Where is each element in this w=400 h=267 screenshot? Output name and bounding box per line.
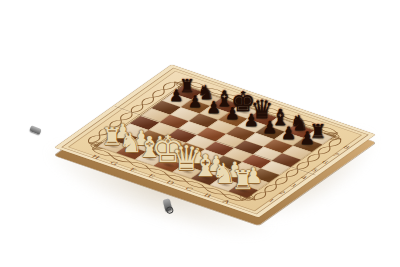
chess-piece-glyph: ♟	[299, 131, 315, 149]
chess-piece-glyph: ♟	[169, 88, 183, 104]
chess-piece-glyph: ♟	[281, 125, 297, 142]
chess-piece-glyph: ♟	[225, 106, 240, 123]
chess-piece-glyph: ♟	[243, 112, 258, 129]
chess-piece-glyph: ♟	[206, 100, 221, 116]
product-photo-scene: ♜♞♝♚♛♝♞♜♟♟♟♟♟♟♟♟♟♟♟♟♟♟♟♟♜♞♝♚♛♝♞♜ HGFEDCB…	[0, 0, 400, 267]
chess-piece-glyph: ♜	[231, 168, 254, 194]
metal-hinge	[29, 125, 41, 135]
chess-piece-glyph: ♟	[262, 119, 277, 136]
chess-piece-glyph: ♟	[188, 94, 203, 110]
